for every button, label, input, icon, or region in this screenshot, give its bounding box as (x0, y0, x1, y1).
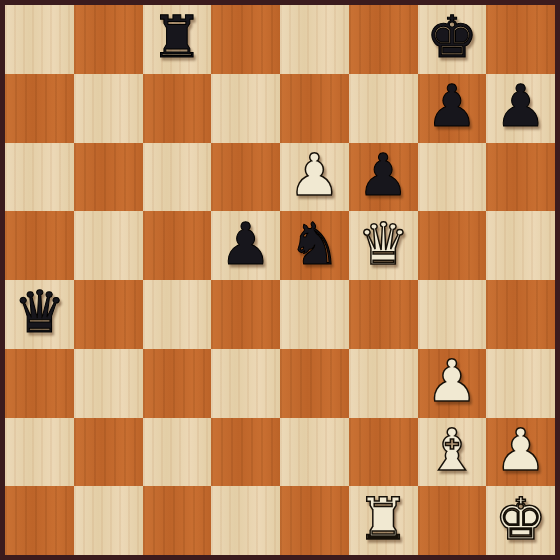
square-d6[interactable] (211, 143, 280, 212)
square-c8[interactable]: ♜ (143, 5, 212, 74)
square-h6[interactable] (486, 143, 555, 212)
piece-black-pawn-g7[interactable]: ♟ (426, 77, 478, 135)
square-f1[interactable]: ♜ (349, 486, 418, 555)
square-a2[interactable] (5, 418, 74, 487)
square-e1[interactable] (280, 486, 349, 555)
square-g5[interactable] (418, 211, 487, 280)
piece-white-king-h1[interactable]: ♚ (495, 490, 547, 548)
square-c4[interactable] (143, 280, 212, 349)
square-e8[interactable] (280, 5, 349, 74)
square-h4[interactable] (486, 280, 555, 349)
square-c5[interactable] (143, 211, 212, 280)
square-g8[interactable]: ♚ (418, 5, 487, 74)
square-e7[interactable] (280, 74, 349, 143)
square-b6[interactable] (74, 143, 143, 212)
square-e4[interactable] (280, 280, 349, 349)
piece-white-queen-f5[interactable]: ♛ (357, 215, 409, 273)
square-d3[interactable] (211, 349, 280, 418)
square-d7[interactable] (211, 74, 280, 143)
piece-black-pawn-d5[interactable]: ♟ (220, 215, 272, 273)
piece-white-pawn-e6[interactable]: ♟ (288, 146, 340, 204)
square-b2[interactable] (74, 418, 143, 487)
square-c7[interactable] (143, 74, 212, 143)
square-b5[interactable] (74, 211, 143, 280)
square-b7[interactable] (74, 74, 143, 143)
square-b1[interactable] (74, 486, 143, 555)
square-h3[interactable] (486, 349, 555, 418)
square-a4[interactable]: ♛ (5, 280, 74, 349)
square-h5[interactable] (486, 211, 555, 280)
square-c6[interactable] (143, 143, 212, 212)
piece-white-pawn-h2[interactable]: ♟ (495, 421, 547, 479)
square-e3[interactable] (280, 349, 349, 418)
piece-black-pawn-f6[interactable]: ♟ (357, 146, 409, 204)
square-g2[interactable]: ♝ (418, 418, 487, 487)
piece-white-rook-f1[interactable]: ♜ (357, 490, 409, 548)
square-g3[interactable]: ♟ (418, 349, 487, 418)
chess-board: ♜♚♟♟♟♟♟♞♛♛♟♝♟♜♚ (0, 0, 560, 560)
piece-black-king-g8[interactable]: ♚ (426, 8, 478, 66)
square-b3[interactable] (74, 349, 143, 418)
square-e6[interactable]: ♟ (280, 143, 349, 212)
square-a1[interactable] (5, 486, 74, 555)
square-f3[interactable] (349, 349, 418, 418)
square-f8[interactable] (349, 5, 418, 74)
square-d4[interactable] (211, 280, 280, 349)
square-h8[interactable] (486, 5, 555, 74)
square-f5[interactable]: ♛ (349, 211, 418, 280)
square-h2[interactable]: ♟ (486, 418, 555, 487)
square-g6[interactable] (418, 143, 487, 212)
square-c3[interactable] (143, 349, 212, 418)
piece-black-pawn-h7[interactable]: ♟ (495, 77, 547, 135)
square-f6[interactable]: ♟ (349, 143, 418, 212)
square-e5[interactable]: ♞ (280, 211, 349, 280)
square-d8[interactable] (211, 5, 280, 74)
square-d1[interactable] (211, 486, 280, 555)
square-c1[interactable] (143, 486, 212, 555)
square-f4[interactable] (349, 280, 418, 349)
square-a7[interactable] (5, 74, 74, 143)
square-h7[interactable]: ♟ (486, 74, 555, 143)
square-h1[interactable]: ♚ (486, 486, 555, 555)
square-a3[interactable] (5, 349, 74, 418)
piece-black-knight-e5[interactable]: ♞ (288, 215, 340, 273)
board-grid: ♜♚♟♟♟♟♟♞♛♛♟♝♟♜♚ (5, 5, 555, 555)
piece-black-queen-a4[interactable]: ♛ (13, 283, 65, 341)
square-c2[interactable] (143, 418, 212, 487)
square-g7[interactable]: ♟ (418, 74, 487, 143)
square-b4[interactable] (74, 280, 143, 349)
square-d2[interactable] (211, 418, 280, 487)
square-e2[interactable] (280, 418, 349, 487)
piece-white-bishop-g2[interactable]: ♝ (426, 421, 478, 479)
square-d5[interactable]: ♟ (211, 211, 280, 280)
piece-black-rook-c8[interactable]: ♜ (151, 8, 203, 66)
piece-white-pawn-g3[interactable]: ♟ (426, 352, 478, 410)
square-f7[interactable] (349, 74, 418, 143)
square-a8[interactable] (5, 5, 74, 74)
square-g4[interactable] (418, 280, 487, 349)
square-a6[interactable] (5, 143, 74, 212)
square-b8[interactable] (74, 5, 143, 74)
square-a5[interactable] (5, 211, 74, 280)
square-f2[interactable] (349, 418, 418, 487)
square-g1[interactable] (418, 486, 487, 555)
